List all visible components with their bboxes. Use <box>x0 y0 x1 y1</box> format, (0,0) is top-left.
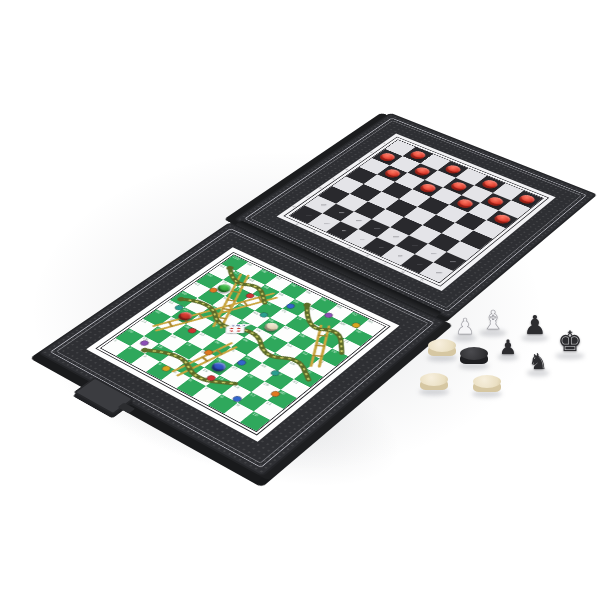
sl-cell-number: 95 <box>304 290 323 300</box>
file-label: d <box>347 246 352 249</box>
rank-label: 1 <box>382 142 387 145</box>
sl-cell: 93 <box>326 304 354 321</box>
product-photo-stage: ♟♟♟♟♟♟♟♟♜♞♝♛♚♝♞♜ abcdefgh 12345678 10099… <box>0 0 600 600</box>
cream-checker-1 <box>428 346 456 356</box>
black-pawn-tall: ♟ <box>523 312 546 338</box>
rank-label: 3 <box>357 159 362 162</box>
sl-cell-number: 82 <box>232 271 250 281</box>
black-pawn-small: ♟ <box>499 337 517 357</box>
black-checker <box>460 354 488 364</box>
file-label: c <box>329 238 334 241</box>
white-rook: ♜ <box>425 256 447 275</box>
sl-cell-number: 56 <box>238 320 257 330</box>
rank-label: 2 <box>370 151 375 154</box>
white-pawn: ♟ <box>455 316 475 338</box>
file-label: a <box>295 222 300 225</box>
rank-label: 4 <box>344 168 349 171</box>
file-label: b <box>312 230 317 233</box>
sl-cell: 60 <box>170 291 198 307</box>
file-label: e <box>365 254 370 257</box>
cream-checker-3 <box>473 382 501 392</box>
sl-cell: 95 <box>295 290 322 306</box>
cream-checker-2 <box>420 380 448 390</box>
file-label: h <box>419 278 424 281</box>
chess-grid: ♟♟♟♟♟♟♟♟♜♞♝♛♚♝♞♜ <box>290 140 543 282</box>
sl-cell-number: 96 <box>289 283 308 293</box>
sl-grid: 1009998979695949392918182838485868788899… <box>101 255 384 431</box>
sl-cell: 91 <box>357 319 385 336</box>
white-bishop: ♝ <box>481 307 504 333</box>
sl-cell-number: 91 <box>365 319 384 329</box>
red-checker <box>454 198 475 210</box>
black-king: ♚ <box>557 328 582 356</box>
file-label: g <box>401 270 406 273</box>
sl-grid-border: 1009998979695949392918182838485868788899… <box>100 254 386 432</box>
sl-cell-number: 63 <box>221 296 239 306</box>
file-label: f <box>383 262 387 265</box>
black-knight: ♞ <box>528 351 548 373</box>
chess-grid-border: ♟♟♟♟♟♟♟♟♜♞♝♛♚♝♞♜ <box>289 139 544 283</box>
rank-label: 5 <box>331 177 336 180</box>
